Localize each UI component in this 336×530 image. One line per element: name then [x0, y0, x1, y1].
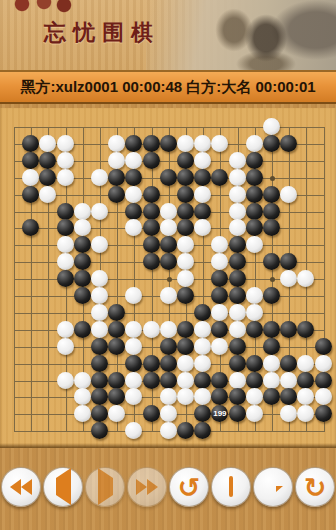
white-stone [229, 219, 246, 236]
abacus-icon [229, 478, 233, 496]
white-stone [177, 355, 194, 372]
black-stone [263, 388, 280, 405]
white-stone [211, 304, 228, 321]
white-stone [74, 372, 91, 389]
white-stone [229, 186, 246, 203]
white-stone [177, 236, 194, 253]
black-stone [211, 388, 228, 405]
black-stone [74, 287, 91, 304]
black-stone [160, 338, 177, 355]
black-stone [246, 169, 263, 186]
black-stone [211, 270, 228, 287]
player-status-bar: 黑方:xulz0001 00:00:48 白方:大名 00:00:01 [0, 70, 336, 104]
left-arrow-icon [56, 478, 71, 496]
right-arrow-icon [98, 478, 113, 496]
white-stone [229, 169, 246, 186]
black-stone [246, 152, 263, 169]
double-right-arrow-icon [136, 479, 158, 495]
black-stone [297, 321, 314, 338]
black-stone [246, 203, 263, 220]
black-stone [177, 321, 194, 338]
black-stone [263, 219, 280, 236]
black-stone [108, 388, 125, 405]
white-stone [91, 287, 108, 304]
white-stone [39, 186, 56, 203]
white-stone [74, 405, 91, 422]
white-stone [108, 405, 125, 422]
white-stone [177, 253, 194, 270]
black-stone [57, 270, 74, 287]
stone-basket-decoration [6, 0, 76, 20]
white-stone [125, 186, 142, 203]
black-stone [91, 372, 108, 389]
black-stone [194, 304, 211, 321]
black-stone [194, 405, 211, 422]
white-stone [160, 321, 177, 338]
white-stone [194, 388, 211, 405]
white-stone [263, 118, 280, 135]
black-stone [280, 355, 297, 372]
black-stone [22, 186, 39, 203]
black-stone [143, 355, 160, 372]
white-stone [74, 219, 91, 236]
black-stone [280, 135, 297, 152]
black-stone [229, 405, 246, 422]
white-stone [125, 388, 142, 405]
white-stone [177, 135, 194, 152]
black-stone [57, 203, 74, 220]
black-stone [91, 405, 108, 422]
black-stone [229, 355, 246, 372]
white-stone [91, 203, 108, 220]
black-stone [125, 169, 142, 186]
bottom-toolbar: ↺↻ [0, 464, 336, 510]
black-stone [194, 169, 211, 186]
white-stone [160, 388, 177, 405]
white-stone [177, 388, 194, 405]
white-stone [229, 304, 246, 321]
white-stone [125, 372, 142, 389]
go-app-window: 忘忧围棋 黑方:xulz0001 00:00:48 白方:大名 00:00:01… [0, 0, 336, 530]
black-stone [160, 355, 177, 372]
white-stone [143, 321, 160, 338]
black-stone [108, 338, 125, 355]
black-stone [315, 372, 332, 389]
cycle-arrows-icon: ↺ [178, 474, 201, 501]
black-stone [108, 186, 125, 203]
white-stone [91, 321, 108, 338]
black-stone [143, 372, 160, 389]
white-stone [315, 355, 332, 372]
rewind-to-start-button[interactable] [1, 467, 41, 507]
white-stone [57, 321, 74, 338]
white-stone [125, 338, 142, 355]
black-stone [74, 321, 91, 338]
black-stone [91, 422, 108, 439]
black-stone [246, 186, 263, 203]
black-stone [229, 338, 246, 355]
white-stone [177, 372, 194, 389]
white-stone [246, 287, 263, 304]
white-stone [194, 186, 211, 203]
black-stone [160, 372, 177, 389]
white-stone [57, 236, 74, 253]
black-stone: 199 [211, 405, 228, 422]
white-stone [246, 304, 263, 321]
last-move-number: 199 [213, 410, 226, 418]
fast-forward-button [127, 467, 167, 507]
black-stone [280, 253, 297, 270]
star-point [167, 277, 172, 282]
black-stone [143, 135, 160, 152]
white-stone [125, 422, 142, 439]
white-stone [57, 253, 74, 270]
black-stone [177, 186, 194, 203]
pass-exit-button[interactable]: ↻ [295, 467, 335, 507]
black-stone [263, 253, 280, 270]
black-stone [74, 253, 91, 270]
black-stone [263, 321, 280, 338]
white-stone [57, 135, 74, 152]
white-stone [108, 135, 125, 152]
black-stone [39, 152, 56, 169]
black-stone [263, 338, 280, 355]
black-stone [143, 219, 160, 236]
white-stone [74, 388, 91, 405]
black-stone [125, 355, 142, 372]
go-board[interactable]: 199 [0, 108, 336, 448]
refresh-button[interactable]: ↺ [169, 467, 209, 507]
white-stone [229, 203, 246, 220]
white-stone [74, 203, 91, 220]
white-stone [194, 321, 211, 338]
white-stone [108, 152, 125, 169]
white-stone [229, 372, 246, 389]
white-stone [315, 388, 332, 405]
black-stone [125, 203, 142, 220]
black-stone [177, 219, 194, 236]
black-stone [280, 388, 297, 405]
white-stone [211, 253, 228, 270]
black-stone [246, 355, 263, 372]
circular-arrow-icon: ↻ [304, 474, 327, 501]
white-stone [125, 287, 142, 304]
black-stone [74, 270, 91, 287]
white-stone [91, 270, 108, 287]
white-stone [22, 169, 39, 186]
white-stone [194, 355, 211, 372]
black-stone [194, 372, 211, 389]
star-point [270, 176, 275, 181]
white-stone [57, 169, 74, 186]
black-stone [263, 203, 280, 220]
white-stone [297, 405, 314, 422]
black-stone [246, 219, 263, 236]
white-stone [39, 135, 56, 152]
white-stone [91, 169, 108, 186]
chinese-painting-decoration [146, 0, 336, 70]
black-stone [91, 355, 108, 372]
black-stone [177, 287, 194, 304]
black-stone [160, 253, 177, 270]
grid-line-h [14, 313, 325, 314]
black-stone [108, 304, 125, 321]
white-stone [160, 422, 177, 439]
black-stone [229, 287, 246, 304]
white-stone [194, 135, 211, 152]
black-stone [177, 422, 194, 439]
black-stone [39, 169, 56, 186]
black-stone [177, 169, 194, 186]
double-left-arrow-icon [10, 479, 32, 495]
black-stone [229, 253, 246, 270]
white-stone [160, 287, 177, 304]
white-stone [246, 135, 263, 152]
player-clocks-text: 黑方:xulz0001 00:00:48 白方:大名 00:00:01 [20, 78, 315, 97]
white-stone [125, 219, 142, 236]
white-stone [160, 203, 177, 220]
black-stone [91, 388, 108, 405]
black-stone [229, 236, 246, 253]
black-stone [143, 152, 160, 169]
black-stone [211, 169, 228, 186]
star-point [270, 277, 275, 282]
white-stone [160, 219, 177, 236]
white-stone [263, 355, 280, 372]
white-stone [177, 270, 194, 287]
white-stone [280, 405, 297, 422]
black-stone [143, 186, 160, 203]
black-stone [160, 169, 177, 186]
black-stone [263, 186, 280, 203]
black-stone [229, 388, 246, 405]
black-stone [108, 372, 125, 389]
black-stone [22, 152, 39, 169]
white-stone [246, 405, 263, 422]
step-forward-button [85, 467, 125, 507]
black-stone [160, 135, 177, 152]
app-title: 忘忧围棋 [44, 18, 160, 48]
white-stone [211, 338, 228, 355]
white-stone [263, 372, 280, 389]
black-stone [74, 236, 91, 253]
white-stone [246, 236, 263, 253]
app-header: 忘忧围棋 [0, 0, 336, 70]
black-stone [194, 422, 211, 439]
white-stone [91, 304, 108, 321]
white-stone [91, 236, 108, 253]
white-stone [297, 355, 314, 372]
white-stone [246, 388, 263, 405]
black-stone [91, 338, 108, 355]
black-stone [280, 321, 297, 338]
black-stone [177, 152, 194, 169]
black-stone [263, 287, 280, 304]
white-stone [160, 405, 177, 422]
white-stone [211, 236, 228, 253]
black-stone [211, 372, 228, 389]
black-stone [315, 338, 332, 355]
white-stone [280, 186, 297, 203]
black-stone [246, 372, 263, 389]
white-stone [280, 372, 297, 389]
white-stone [57, 152, 74, 169]
black-stone [22, 219, 39, 236]
black-stone [194, 203, 211, 220]
white-stone [194, 152, 211, 169]
white-stone [297, 270, 314, 287]
black-stone [177, 203, 194, 220]
step-back-button[interactable] [43, 467, 83, 507]
black-stone [211, 287, 228, 304]
count-score-button[interactable] [211, 467, 251, 507]
black-stone [125, 135, 142, 152]
black-stone [315, 405, 332, 422]
black-stone [297, 372, 314, 389]
black-stone [57, 219, 74, 236]
white-stone [280, 270, 297, 287]
black-stone [229, 270, 246, 287]
black-stone [108, 321, 125, 338]
black-stone [263, 135, 280, 152]
white-stone [57, 372, 74, 389]
black-stone [22, 135, 39, 152]
black-stone [177, 338, 194, 355]
white-stone [194, 338, 211, 355]
chat-button[interactable] [253, 467, 293, 507]
white-stone [125, 152, 142, 169]
black-stone [143, 203, 160, 220]
black-stone [246, 321, 263, 338]
white-stone [125, 321, 142, 338]
white-stone [229, 321, 246, 338]
white-stone [194, 219, 211, 236]
white-stone [297, 388, 314, 405]
white-stone [57, 338, 74, 355]
white-stone [211, 135, 228, 152]
black-stone [143, 405, 160, 422]
black-stone [211, 321, 228, 338]
black-stone [160, 236, 177, 253]
white-stone [229, 152, 246, 169]
black-stone [108, 169, 125, 186]
black-stone [143, 236, 160, 253]
black-stone [143, 253, 160, 270]
